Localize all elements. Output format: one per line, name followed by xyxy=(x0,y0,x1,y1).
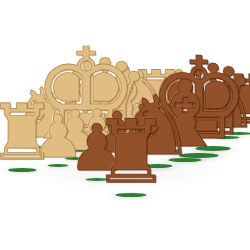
chess-set-photo: ♜♞♟♝♟♚♟♛♝♞♜♟♟♟♟♜♟♞♟♝♚♛♞♜ xyxy=(0,0,250,250)
rook-piece-icon: ♜ xyxy=(0,94,57,171)
dark-rook: ♜ xyxy=(101,129,162,197)
light-rook: ♜ xyxy=(0,112,49,172)
pieces-layer: ♜♞♟♝♟♚♟♛♝♞♜♟♟♟♟♜♟♞♟♝♚♛♞♜ xyxy=(0,0,250,250)
rook-piece-icon: ♜ xyxy=(92,109,170,196)
